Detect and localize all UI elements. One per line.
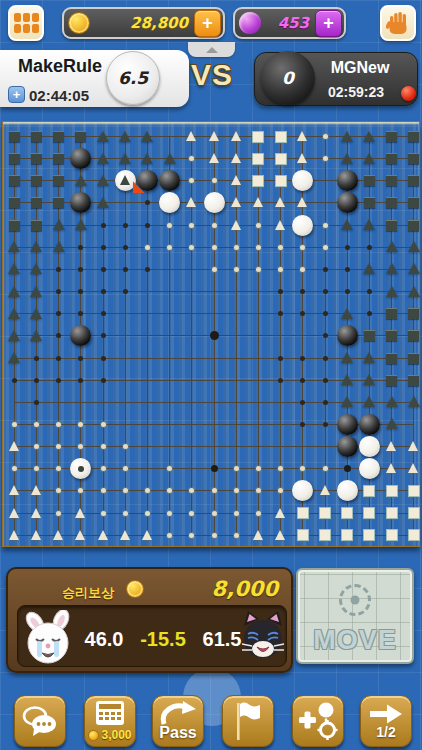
territory-marker xyxy=(408,330,419,341)
territory-marker xyxy=(320,485,330,495)
black-stone xyxy=(70,192,91,213)
territory-marker xyxy=(101,422,106,427)
territory-marker xyxy=(234,488,239,493)
territory-marker xyxy=(278,488,283,493)
star-point xyxy=(211,465,218,472)
territory-marker xyxy=(234,511,239,516)
territory-marker xyxy=(167,511,172,516)
territory-marker xyxy=(275,197,285,207)
coin-icon xyxy=(68,12,90,34)
territory-marker xyxy=(31,485,41,495)
territory-marker xyxy=(341,396,353,407)
territory-marker xyxy=(386,396,398,407)
player-left-timer: 02:44:05 xyxy=(29,87,89,104)
territory-marker xyxy=(363,485,375,497)
territory-marker xyxy=(231,131,241,141)
white-stone xyxy=(159,192,180,213)
territory-marker xyxy=(231,153,241,163)
territory-marker xyxy=(189,156,194,161)
territory-marker xyxy=(53,175,64,186)
star-point xyxy=(210,331,219,340)
black-stone xyxy=(337,436,358,457)
territory-marker xyxy=(97,175,109,186)
territory-marker xyxy=(31,508,41,518)
territory-marker xyxy=(212,178,217,183)
dot-mark xyxy=(78,466,84,472)
territory-marker xyxy=(145,267,150,272)
territory-marker xyxy=(101,289,106,294)
territory-marker xyxy=(275,220,285,230)
last-move-marker xyxy=(133,181,145,193)
territory-marker xyxy=(323,289,328,294)
black-stone xyxy=(137,170,158,191)
territory-marker xyxy=(341,352,353,363)
territory-marker xyxy=(78,356,83,361)
territory-marker xyxy=(97,153,109,164)
territory-marker xyxy=(408,263,420,274)
territory-marker xyxy=(34,356,39,361)
territory-marker xyxy=(189,511,194,516)
black-stone xyxy=(337,414,358,435)
territory-marker xyxy=(386,330,397,341)
territory-marker xyxy=(30,308,42,319)
hand-button[interactable] xyxy=(380,5,416,41)
territory-marker xyxy=(386,175,397,186)
territory-marker xyxy=(386,153,397,164)
territory-marker xyxy=(212,488,217,493)
territory-marker xyxy=(101,223,106,228)
white-stone xyxy=(115,170,136,191)
territory-marker xyxy=(300,466,305,471)
territory-marker xyxy=(56,311,61,316)
territory-marker xyxy=(323,267,328,272)
territory-marker xyxy=(75,175,87,186)
territory-marker xyxy=(9,220,20,231)
territory-marker xyxy=(364,175,375,186)
chat-button[interactable] xyxy=(14,695,66,747)
territory-marker xyxy=(164,153,176,164)
territory-marker xyxy=(78,378,83,383)
territory-marker xyxy=(56,444,61,449)
territory-marker xyxy=(101,267,106,272)
territory-marker xyxy=(363,263,375,274)
territory-marker xyxy=(98,530,108,540)
territory-marker xyxy=(319,529,331,541)
territory-marker xyxy=(8,241,20,252)
territory-marker xyxy=(386,197,397,208)
territory-marker xyxy=(189,488,194,493)
cost-coin-icon xyxy=(88,730,99,741)
territory-marker xyxy=(31,153,42,164)
territory-marker xyxy=(120,530,130,540)
territory-marker xyxy=(345,289,350,294)
territory-marker xyxy=(53,197,64,208)
territory-marker xyxy=(323,156,328,161)
territory-marker xyxy=(256,223,261,228)
territory-marker xyxy=(386,529,398,541)
territory-marker xyxy=(9,485,19,495)
territory-marker xyxy=(234,267,239,272)
territory-marker xyxy=(186,197,196,207)
territory-marker xyxy=(123,267,128,272)
territory-marker xyxy=(8,308,20,319)
territory-marker xyxy=(408,441,418,451)
player-right-name: MGNew xyxy=(318,59,402,77)
territory-marker xyxy=(300,378,305,383)
territory-marker xyxy=(256,511,261,516)
reward-amount: 8,000 xyxy=(178,577,278,601)
white-stone xyxy=(292,170,313,191)
add-stone-icon xyxy=(297,701,339,741)
territory-marker xyxy=(300,400,305,405)
territory-marker xyxy=(189,178,194,183)
territory-marker xyxy=(145,200,150,205)
territory-marker xyxy=(297,153,307,163)
go-game-screen: 28,800 + 453 + MakeRule + 02:44:05 6.5 V… xyxy=(0,0,422,750)
territory-marker xyxy=(341,219,353,230)
move-button-label: MOVE xyxy=(298,625,412,656)
territory-marker xyxy=(78,311,83,316)
territory-marker xyxy=(9,441,19,451)
territory-marker xyxy=(345,267,350,272)
reward-coin-icon xyxy=(126,580,144,598)
territory-marker xyxy=(167,223,172,228)
territory-marker xyxy=(101,333,106,338)
black-stone xyxy=(70,325,91,346)
territory-marker xyxy=(101,378,106,383)
resign-button[interactable] xyxy=(222,695,274,747)
territory-marker xyxy=(31,197,42,208)
territory-marker xyxy=(300,245,305,250)
territory-marker xyxy=(8,263,20,274)
territory-marker xyxy=(408,375,419,386)
capture-badge-black-stone: 0 xyxy=(261,51,315,105)
territory-marker xyxy=(256,245,261,250)
territory-marker xyxy=(212,245,217,250)
territory-marker xyxy=(9,530,19,540)
territory-marker xyxy=(101,466,106,471)
pass-button-label: Pass xyxy=(159,725,196,741)
territory-marker xyxy=(408,153,419,164)
territory-marker xyxy=(56,511,61,516)
territory-marker xyxy=(97,197,109,208)
territory-marker xyxy=(323,311,328,316)
territory-marker xyxy=(386,241,398,252)
territory-marker xyxy=(278,466,283,471)
white-stone xyxy=(204,192,225,213)
territory-marker xyxy=(56,422,61,427)
page-indicator: 1/2 xyxy=(376,725,395,739)
territory-marker xyxy=(56,267,61,272)
hand-icon xyxy=(386,10,410,36)
rabbit-avatar xyxy=(24,610,74,666)
territory-marker xyxy=(167,245,172,250)
territory-marker xyxy=(12,422,17,427)
territory-marker xyxy=(78,289,83,294)
territory-marker xyxy=(341,308,353,319)
territory-marker xyxy=(275,508,285,518)
territory-marker xyxy=(53,219,65,230)
territory-marker xyxy=(142,530,152,540)
territory-marker xyxy=(145,245,150,250)
star-point xyxy=(344,465,351,472)
territory-marker xyxy=(141,153,153,164)
territory-marker xyxy=(234,533,239,538)
territory-marker xyxy=(34,422,39,427)
territory-marker xyxy=(78,488,83,493)
territory-marker xyxy=(386,131,397,142)
territory-marker xyxy=(9,197,20,208)
territory-marker xyxy=(323,333,328,338)
territory-marker xyxy=(363,529,375,541)
territory-marker xyxy=(53,241,65,252)
territory-marker xyxy=(212,223,217,228)
territory-marker xyxy=(363,219,375,230)
territory-marker xyxy=(408,286,420,297)
territory-marker xyxy=(212,511,217,516)
territory-marker xyxy=(231,220,241,230)
chat-icon xyxy=(21,705,59,737)
territory-marker xyxy=(278,289,283,294)
territory-marker xyxy=(252,153,264,165)
territory-marker xyxy=(386,353,397,364)
next-page-button[interactable]: 1/2 xyxy=(360,695,412,747)
territory-marker xyxy=(234,466,239,471)
territory-marker xyxy=(364,197,375,208)
territory-marker xyxy=(75,530,85,540)
black-stone xyxy=(159,170,180,191)
territory-marker xyxy=(386,485,398,497)
territory-marker xyxy=(367,245,372,250)
territory-marker xyxy=(408,241,420,252)
territory-marker xyxy=(56,289,61,294)
territory-marker xyxy=(367,289,372,294)
move-button[interactable]: MOVE xyxy=(296,568,414,664)
white-stone xyxy=(337,480,358,501)
territory-marker xyxy=(297,197,307,207)
territory-marker xyxy=(345,245,350,250)
territory-marker xyxy=(275,131,287,143)
next-arrow-icon xyxy=(368,703,404,725)
territory-marker xyxy=(75,219,87,230)
territory-marker xyxy=(323,422,328,427)
collapse-tab[interactable] xyxy=(188,42,235,57)
add-gems-button[interactable]: + xyxy=(315,10,342,37)
player-left-name: MakeRule xyxy=(14,56,106,77)
score-middle: -15.5 xyxy=(132,628,194,651)
territory-marker xyxy=(56,488,61,493)
territory-marker xyxy=(8,286,20,297)
territory-marker xyxy=(56,356,61,361)
territory-marker xyxy=(34,400,39,405)
territory-marker xyxy=(386,286,398,297)
territory-marker xyxy=(167,488,172,493)
territory-marker xyxy=(323,223,328,228)
territory-marker xyxy=(275,175,287,187)
territory-marker xyxy=(275,530,285,540)
black-stone xyxy=(337,192,358,213)
score-estimate-box: 46.0 -15.5 61.5 xyxy=(17,605,287,667)
territory-marker xyxy=(189,533,194,538)
add-coins-button[interactable]: + xyxy=(194,10,221,37)
territory-marker xyxy=(78,444,83,449)
territory-marker xyxy=(252,175,264,187)
territory-marker xyxy=(300,311,305,316)
menu-button[interactable] xyxy=(8,5,44,41)
territory-marker xyxy=(408,131,419,142)
territory-marker xyxy=(212,533,217,538)
territory-marker xyxy=(56,466,61,471)
player-right-timer: 02:59:23 xyxy=(328,84,384,100)
territory-marker xyxy=(234,245,239,250)
go-board[interactable] xyxy=(2,121,420,547)
territory-marker xyxy=(386,375,397,386)
territory-marker xyxy=(341,507,353,519)
territory-marker xyxy=(12,378,17,383)
territory-marker xyxy=(145,223,150,228)
territory-marker xyxy=(123,289,128,294)
territory-marker xyxy=(297,507,309,519)
territory-marker xyxy=(275,153,287,165)
territory-marker xyxy=(363,153,375,164)
territory-marker xyxy=(123,488,128,493)
white-stone xyxy=(292,480,313,501)
territory-marker xyxy=(167,533,172,538)
white-stone xyxy=(292,215,313,236)
territory-marker xyxy=(323,245,328,250)
territory-marker xyxy=(56,333,61,338)
pass-button[interactable]: Pass xyxy=(152,695,204,747)
gem-balance: 453 xyxy=(261,14,315,32)
black-stone xyxy=(70,148,91,169)
territory-marker xyxy=(300,267,305,272)
territory-marker xyxy=(323,466,328,471)
territory-marker xyxy=(78,267,83,272)
territory-marker xyxy=(341,374,353,385)
territory-marker xyxy=(9,153,20,164)
territory-marker xyxy=(408,463,418,473)
pass-arrow-icon xyxy=(158,701,198,725)
territory-marker xyxy=(278,267,283,272)
cat-avatar xyxy=(240,610,286,664)
territory-marker xyxy=(30,263,42,274)
white-stone xyxy=(70,458,91,479)
territory-marker xyxy=(278,311,283,316)
territory-marker xyxy=(297,131,307,141)
territory-marker xyxy=(30,286,42,297)
territory-marker xyxy=(9,131,20,142)
territory-marker xyxy=(123,444,128,449)
territory-marker xyxy=(386,263,398,274)
territory-marker xyxy=(363,507,375,519)
territory-marker xyxy=(367,311,372,316)
gem-icon xyxy=(239,12,261,34)
territory-marker xyxy=(31,131,42,142)
territory-marker xyxy=(408,507,420,519)
territory-marker xyxy=(363,374,375,385)
territory-marker xyxy=(278,378,283,383)
territory-marker xyxy=(256,267,261,272)
coin-balance: 28,800 xyxy=(90,14,194,32)
territory-marker xyxy=(189,223,194,228)
territory-marker xyxy=(189,245,194,250)
territory-marker xyxy=(101,356,106,361)
gem-balance-pill: 453 + xyxy=(233,7,346,39)
territory-marker xyxy=(123,466,128,471)
territory-marker xyxy=(119,131,131,142)
estimate-cost: 3,000 xyxy=(101,728,131,742)
territory-marker xyxy=(323,378,328,383)
reward-panel: 승리보상 8,000 46.0 -15.5 61.5 xyxy=(6,567,293,673)
territory-marker xyxy=(31,175,42,186)
territory-marker xyxy=(31,530,41,540)
white-stone xyxy=(359,436,380,457)
territory-marker xyxy=(253,197,263,207)
territory-marker xyxy=(9,508,19,518)
flag-icon xyxy=(233,701,263,741)
territory-marker xyxy=(101,245,106,250)
territory-marker xyxy=(341,529,353,541)
territory-marker xyxy=(323,400,328,405)
record-dot xyxy=(401,86,416,101)
territory-marker xyxy=(408,396,420,407)
vs-label: VS xyxy=(182,58,242,92)
black-stone xyxy=(337,170,358,191)
territory-marker xyxy=(300,422,305,427)
territory-marker xyxy=(319,507,331,519)
menu-grid-icon xyxy=(14,13,39,33)
territory-marker xyxy=(34,466,39,471)
territory-marker xyxy=(386,418,398,429)
territory-marker xyxy=(75,131,86,142)
territory-marker xyxy=(278,356,283,361)
chevron-up-icon xyxy=(206,47,218,53)
territory-marker xyxy=(209,131,219,141)
triangle-mark xyxy=(120,175,130,185)
territory-marker xyxy=(408,175,419,186)
territory-marker xyxy=(341,153,353,164)
territory-marker xyxy=(300,356,305,361)
territory-marker xyxy=(167,466,172,471)
territory-marker xyxy=(386,507,398,519)
territory-marker xyxy=(186,131,196,141)
komi-badge-white-stone: 6.5 xyxy=(106,51,160,105)
territory-marker xyxy=(8,352,20,363)
territory-marker xyxy=(8,330,20,341)
territory-marker xyxy=(408,197,419,208)
territory-marker xyxy=(363,396,375,407)
score-left: 46.0 xyxy=(73,628,135,651)
territory-marker xyxy=(30,241,42,252)
territory-marker xyxy=(231,197,241,207)
territory-marker xyxy=(278,245,283,250)
territory-marker xyxy=(34,444,39,449)
territory-marker xyxy=(9,175,20,186)
territory-marker xyxy=(30,330,42,341)
territory-marker xyxy=(231,175,241,185)
territory-marker xyxy=(101,511,106,516)
territory-marker xyxy=(56,378,61,383)
estimate-button[interactable]: 3,000 xyxy=(84,695,136,747)
territory-marker xyxy=(78,422,83,427)
territory-marker xyxy=(101,311,106,316)
add-time-button[interactable]: + xyxy=(8,86,25,103)
territory-marker xyxy=(53,530,63,540)
territory-marker xyxy=(408,529,420,541)
placement-target-icon xyxy=(339,584,371,616)
black-stone xyxy=(337,325,358,346)
add-stone-button[interactable] xyxy=(292,695,344,747)
